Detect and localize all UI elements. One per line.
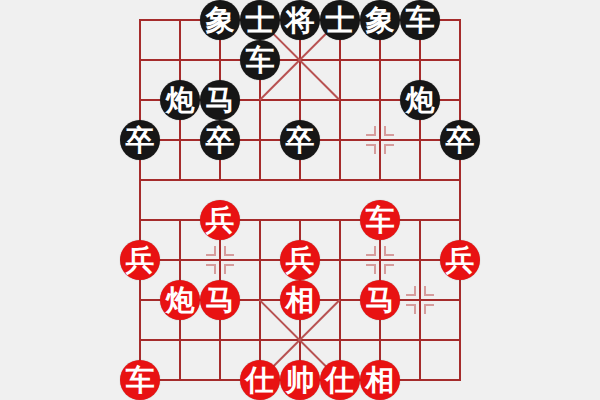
piece-black-advisor[interactable]: 士 — [240, 0, 280, 40]
piece-red-soldier[interactable]: 兵 — [280, 240, 320, 280]
piece-black-king[interactable]: 将 — [280, 0, 320, 40]
piece-black-soldier[interactable]: 卒 — [440, 120, 480, 160]
point-marker — [384, 126, 394, 136]
piece-red-chariot[interactable]: 车 — [360, 200, 400, 240]
piece-red-soldier[interactable]: 兵 — [200, 200, 240, 240]
piece-red-chariot[interactable]: 车 — [120, 360, 160, 400]
point-marker — [384, 246, 394, 256]
piece-red-soldier[interactable]: 兵 — [120, 240, 160, 280]
point-marker — [224, 246, 234, 256]
point-marker — [366, 126, 376, 136]
point-marker — [424, 304, 434, 314]
point-marker — [384, 144, 394, 154]
grid-line — [379, 19, 381, 181]
point-marker — [384, 264, 394, 274]
point-marker — [406, 304, 416, 314]
piece-black-soldier[interactable]: 卒 — [280, 120, 320, 160]
xiangqi-board: 象士将士象车车炮马炮卒卒卒卒兵车兵兵兵炮马相马车仕帅仕相 — [140, 20, 460, 380]
piece-black-advisor[interactable]: 士 — [320, 0, 360, 40]
piece-red-horse[interactable]: 马 — [360, 280, 400, 320]
point-marker — [406, 286, 416, 296]
piece-red-elephant[interactable]: 相 — [280, 280, 320, 320]
app-background: 象士将士象车车炮马炮卒卒卒卒兵车兵兵兵炮马相马车仕帅仕相 — [0, 0, 600, 400]
piece-red-elephant[interactable]: 相 — [360, 360, 400, 400]
piece-black-chariot[interactable]: 车 — [400, 0, 440, 40]
point-marker — [224, 264, 234, 274]
point-marker — [366, 264, 376, 274]
piece-black-cannon[interactable]: 炮 — [400, 80, 440, 120]
piece-black-chariot[interactable]: 车 — [240, 40, 280, 80]
piece-black-horse[interactable]: 马 — [200, 80, 240, 120]
point-marker — [424, 286, 434, 296]
point-marker — [366, 144, 376, 154]
piece-red-cannon[interactable]: 炮 — [160, 280, 200, 320]
point-marker — [206, 264, 216, 274]
grid-line — [419, 219, 421, 381]
piece-red-king[interactable]: 帅 — [280, 360, 320, 400]
grid-line — [139, 19, 141, 381]
piece-red-advisor[interactable]: 仕 — [320, 360, 360, 400]
piece-red-advisor[interactable]: 仕 — [240, 360, 280, 400]
piece-black-cannon[interactable]: 炮 — [160, 80, 200, 120]
piece-black-soldier[interactable]: 卒 — [200, 120, 240, 160]
point-marker — [366, 246, 376, 256]
piece-black-elephant[interactable]: 象 — [200, 0, 240, 40]
piece-black-soldier[interactable]: 卒 — [120, 120, 160, 160]
piece-red-horse[interactable]: 马 — [200, 280, 240, 320]
point-marker — [206, 246, 216, 256]
piece-red-soldier[interactable]: 兵 — [440, 240, 480, 280]
piece-black-elephant[interactable]: 象 — [360, 0, 400, 40]
grid-line — [459, 19, 461, 381]
